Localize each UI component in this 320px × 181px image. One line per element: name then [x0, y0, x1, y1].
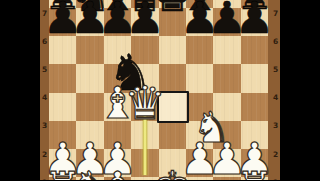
rank-label-3-right: 3 — [272, 121, 280, 130]
square-h5[interactable] — [241, 64, 268, 92]
piece-black-pawn-h7[interactable]: ♟ — [235, 0, 274, 40]
piece-white-bishop-c1[interactable]: ♝ — [98, 166, 137, 181]
piece-white-king-e1[interactable]: ♚ — [152, 165, 193, 181]
square-a5[interactable] — [49, 64, 76, 92]
piece-white-rook-h1[interactable]: ♜ — [236, 167, 274, 181]
square-f5[interactable] — [186, 64, 213, 92]
square-h4[interactable] — [241, 93, 268, 121]
piece-black-pawn-d7[interactable]: ♟ — [125, 0, 164, 40]
rank-label-4-left: 4 — [41, 93, 49, 102]
piece-white-queen-d4[interactable]: ♛ — [124, 80, 165, 126]
rank-label-4-right: 4 — [272, 93, 280, 102]
chess-board: 8877665544332211♜♞♝♛♚♝♜♟♟♟♟♟♟♟♞♝♛♞♟♟♟♟♟♟… — [40, 0, 280, 180]
square-a4[interactable] — [49, 93, 76, 121]
rank-label-3-left: 3 — [41, 121, 49, 130]
video-frame: 8877665544332211♜♞♝♛♚♝♜♟♟♟♟♟♟♟♞♝♛♞♟♟♟♟♟♟… — [0, 0, 320, 180]
rank-label-5-right: 5 — [272, 65, 280, 74]
rank-label-5-left: 5 — [41, 65, 49, 74]
square-g5[interactable] — [213, 64, 240, 92]
